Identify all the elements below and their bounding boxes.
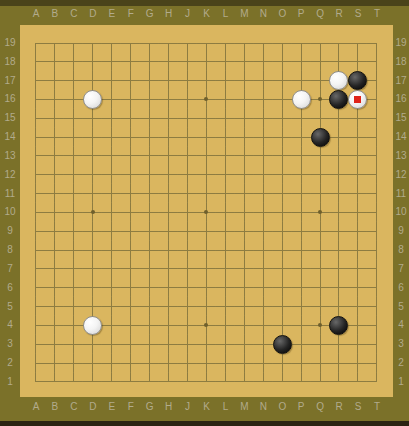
intersection-G7[interactable] bbox=[140, 260, 159, 279]
intersection-B1[interactable] bbox=[45, 373, 64, 392]
intersection-F5[interactable] bbox=[121, 297, 140, 316]
intersection-F13[interactable] bbox=[121, 147, 140, 166]
intersection-D6[interactable] bbox=[83, 278, 102, 297]
intersection-J18[interactable] bbox=[178, 52, 197, 71]
intersection-T3[interactable] bbox=[367, 335, 386, 354]
intersection-D10[interactable] bbox=[83, 203, 102, 222]
intersection-S12[interactable] bbox=[348, 165, 367, 184]
intersection-T15[interactable] bbox=[367, 109, 386, 128]
intersection-F19[interactable] bbox=[121, 34, 140, 53]
intersection-K12[interactable] bbox=[197, 165, 216, 184]
intersection-A4[interactable] bbox=[27, 316, 46, 335]
intersection-L8[interactable] bbox=[216, 241, 235, 260]
intersection-J16[interactable] bbox=[178, 90, 197, 109]
intersection-N1[interactable] bbox=[254, 373, 273, 392]
intersection-Q11[interactable] bbox=[311, 184, 330, 203]
intersection-K5[interactable] bbox=[197, 297, 216, 316]
intersection-F10[interactable] bbox=[121, 203, 140, 222]
intersection-E17[interactable] bbox=[102, 71, 121, 90]
intersection-F4[interactable] bbox=[121, 316, 140, 335]
intersection-J8[interactable] bbox=[178, 241, 197, 260]
intersection-O19[interactable] bbox=[273, 34, 292, 53]
intersection-K8[interactable] bbox=[197, 241, 216, 260]
intersection-M14[interactable] bbox=[235, 128, 254, 147]
intersection-P6[interactable] bbox=[292, 278, 311, 297]
intersection-N14[interactable] bbox=[254, 128, 273, 147]
intersection-S6[interactable] bbox=[348, 278, 367, 297]
intersection-Q6[interactable] bbox=[311, 278, 330, 297]
intersection-E4[interactable] bbox=[102, 316, 121, 335]
intersection-D12[interactable] bbox=[83, 165, 102, 184]
intersection-J12[interactable] bbox=[178, 165, 197, 184]
intersection-K7[interactable] bbox=[197, 260, 216, 279]
intersection-B5[interactable] bbox=[45, 297, 64, 316]
intersection-Q8[interactable] bbox=[311, 241, 330, 260]
intersection-E7[interactable] bbox=[102, 260, 121, 279]
intersection-P13[interactable] bbox=[292, 147, 311, 166]
intersection-R7[interactable] bbox=[330, 260, 349, 279]
intersection-T8[interactable] bbox=[367, 241, 386, 260]
intersection-Q14[interactable] bbox=[311, 128, 330, 147]
intersection-K19[interactable] bbox=[197, 34, 216, 53]
intersection-J4[interactable] bbox=[178, 316, 197, 335]
intersection-S5[interactable] bbox=[348, 297, 367, 316]
intersection-T9[interactable] bbox=[367, 222, 386, 241]
intersection-D7[interactable] bbox=[83, 260, 102, 279]
intersection-P1[interactable] bbox=[292, 373, 311, 392]
intersection-M16[interactable] bbox=[235, 90, 254, 109]
intersection-G19[interactable] bbox=[140, 34, 159, 53]
intersection-A9[interactable] bbox=[27, 222, 46, 241]
intersection-S14[interactable] bbox=[348, 128, 367, 147]
intersection-K3[interactable] bbox=[197, 335, 216, 354]
intersection-H17[interactable] bbox=[159, 71, 178, 90]
intersection-G9[interactable] bbox=[140, 222, 159, 241]
intersection-L10[interactable] bbox=[216, 203, 235, 222]
intersection-T6[interactable] bbox=[367, 278, 386, 297]
intersection-E10[interactable] bbox=[102, 203, 121, 222]
intersection-B16[interactable] bbox=[45, 90, 64, 109]
intersection-R2[interactable] bbox=[330, 354, 349, 373]
intersection-K17[interactable] bbox=[197, 71, 216, 90]
intersection-Q18[interactable] bbox=[311, 52, 330, 71]
intersection-B6[interactable] bbox=[45, 278, 64, 297]
intersection-C12[interactable] bbox=[64, 165, 83, 184]
intersection-R18[interactable] bbox=[330, 52, 349, 71]
intersection-C7[interactable] bbox=[64, 260, 83, 279]
intersection-T18[interactable] bbox=[367, 52, 386, 71]
intersection-M17[interactable] bbox=[235, 71, 254, 90]
intersection-S15[interactable] bbox=[348, 109, 367, 128]
intersection-H5[interactable] bbox=[159, 297, 178, 316]
intersection-Q7[interactable] bbox=[311, 260, 330, 279]
intersection-M10[interactable] bbox=[235, 203, 254, 222]
intersection-G3[interactable] bbox=[140, 335, 159, 354]
intersection-F12[interactable] bbox=[121, 165, 140, 184]
intersection-F1[interactable] bbox=[121, 373, 140, 392]
intersection-L5[interactable] bbox=[216, 297, 235, 316]
intersection-B11[interactable] bbox=[45, 184, 64, 203]
intersection-G11[interactable] bbox=[140, 184, 159, 203]
intersection-R5[interactable] bbox=[330, 297, 349, 316]
intersection-A16[interactable] bbox=[27, 90, 46, 109]
intersection-S17[interactable] bbox=[348, 71, 367, 90]
intersection-H12[interactable] bbox=[159, 165, 178, 184]
intersection-Q4[interactable] bbox=[311, 316, 330, 335]
intersection-J19[interactable] bbox=[178, 34, 197, 53]
intersection-Q9[interactable] bbox=[311, 222, 330, 241]
intersection-D11[interactable] bbox=[83, 184, 102, 203]
intersection-G10[interactable] bbox=[140, 203, 159, 222]
intersection-A11[interactable] bbox=[27, 184, 46, 203]
intersection-R12[interactable] bbox=[330, 165, 349, 184]
intersection-B13[interactable] bbox=[45, 147, 64, 166]
intersection-F11[interactable] bbox=[121, 184, 140, 203]
intersection-C18[interactable] bbox=[64, 52, 83, 71]
intersection-R11[interactable] bbox=[330, 184, 349, 203]
intersection-A10[interactable] bbox=[27, 203, 46, 222]
intersection-F14[interactable] bbox=[121, 128, 140, 147]
intersection-J11[interactable] bbox=[178, 184, 197, 203]
intersection-Q1[interactable] bbox=[311, 373, 330, 392]
intersection-N11[interactable] bbox=[254, 184, 273, 203]
intersection-K10[interactable] bbox=[197, 203, 216, 222]
intersection-K18[interactable] bbox=[197, 52, 216, 71]
intersection-C9[interactable] bbox=[64, 222, 83, 241]
intersection-J5[interactable] bbox=[178, 297, 197, 316]
intersection-J6[interactable] bbox=[178, 278, 197, 297]
intersection-F18[interactable] bbox=[121, 52, 140, 71]
intersection-L1[interactable] bbox=[216, 373, 235, 392]
intersection-T14[interactable] bbox=[367, 128, 386, 147]
intersection-E11[interactable] bbox=[102, 184, 121, 203]
intersection-H2[interactable] bbox=[159, 354, 178, 373]
intersection-S3[interactable] bbox=[348, 335, 367, 354]
intersection-J10[interactable] bbox=[178, 203, 197, 222]
intersection-C6[interactable] bbox=[64, 278, 83, 297]
intersection-N10[interactable] bbox=[254, 203, 273, 222]
intersection-R8[interactable] bbox=[330, 241, 349, 260]
intersection-P16[interactable] bbox=[292, 90, 311, 109]
intersection-D17[interactable] bbox=[83, 71, 102, 90]
intersection-F8[interactable] bbox=[121, 241, 140, 260]
intersection-R6[interactable] bbox=[330, 278, 349, 297]
intersection-E12[interactable] bbox=[102, 165, 121, 184]
intersection-J14[interactable] bbox=[178, 128, 197, 147]
intersection-T5[interactable] bbox=[367, 297, 386, 316]
intersection-O5[interactable] bbox=[273, 297, 292, 316]
intersection-R14[interactable] bbox=[330, 128, 349, 147]
intersection-N17[interactable] bbox=[254, 71, 273, 90]
intersection-M2[interactable] bbox=[235, 354, 254, 373]
intersection-A18[interactable] bbox=[27, 52, 46, 71]
intersection-L4[interactable] bbox=[216, 316, 235, 335]
intersection-F7[interactable] bbox=[121, 260, 140, 279]
intersection-D8[interactable] bbox=[83, 241, 102, 260]
intersection-J2[interactable] bbox=[178, 354, 197, 373]
intersection-F2[interactable] bbox=[121, 354, 140, 373]
intersection-T1[interactable] bbox=[367, 373, 386, 392]
intersection-M7[interactable] bbox=[235, 260, 254, 279]
intersection-P7[interactable] bbox=[292, 260, 311, 279]
intersection-A1[interactable] bbox=[27, 373, 46, 392]
intersection-G1[interactable] bbox=[140, 373, 159, 392]
intersection-L17[interactable] bbox=[216, 71, 235, 90]
intersection-F15[interactable] bbox=[121, 109, 140, 128]
intersection-N16[interactable] bbox=[254, 90, 273, 109]
intersection-Q12[interactable] bbox=[311, 165, 330, 184]
intersection-O4[interactable] bbox=[273, 316, 292, 335]
intersection-N3[interactable] bbox=[254, 335, 273, 354]
intersection-K11[interactable] bbox=[197, 184, 216, 203]
intersection-M15[interactable] bbox=[235, 109, 254, 128]
intersection-B18[interactable] bbox=[45, 52, 64, 71]
intersection-S7[interactable] bbox=[348, 260, 367, 279]
intersection-F9[interactable] bbox=[121, 222, 140, 241]
intersection-D4[interactable] bbox=[83, 316, 102, 335]
intersection-H7[interactable] bbox=[159, 260, 178, 279]
intersection-C4[interactable] bbox=[64, 316, 83, 335]
intersection-A17[interactable] bbox=[27, 71, 46, 90]
intersection-O18[interactable] bbox=[273, 52, 292, 71]
intersection-S19[interactable] bbox=[348, 34, 367, 53]
intersection-M4[interactable] bbox=[235, 316, 254, 335]
intersection-E9[interactable] bbox=[102, 222, 121, 241]
intersection-L12[interactable] bbox=[216, 165, 235, 184]
intersection-H15[interactable] bbox=[159, 109, 178, 128]
intersection-L15[interactable] bbox=[216, 109, 235, 128]
intersection-R16[interactable] bbox=[330, 90, 349, 109]
intersection-A13[interactable] bbox=[27, 147, 46, 166]
intersection-D18[interactable] bbox=[83, 52, 102, 71]
intersection-J3[interactable] bbox=[178, 335, 197, 354]
intersection-S8[interactable] bbox=[348, 241, 367, 260]
intersection-H19[interactable] bbox=[159, 34, 178, 53]
intersection-P12[interactable] bbox=[292, 165, 311, 184]
intersection-A14[interactable] bbox=[27, 128, 46, 147]
intersection-O2[interactable] bbox=[273, 354, 292, 373]
intersection-K4[interactable] bbox=[197, 316, 216, 335]
intersection-D1[interactable] bbox=[83, 373, 102, 392]
intersection-C14[interactable] bbox=[64, 128, 83, 147]
intersection-O14[interactable] bbox=[273, 128, 292, 147]
intersection-F6[interactable] bbox=[121, 278, 140, 297]
intersection-L13[interactable] bbox=[216, 147, 235, 166]
intersection-D13[interactable] bbox=[83, 147, 102, 166]
intersection-D3[interactable] bbox=[83, 335, 102, 354]
intersection-T11[interactable] bbox=[367, 184, 386, 203]
intersection-G2[interactable] bbox=[140, 354, 159, 373]
intersection-O13[interactable] bbox=[273, 147, 292, 166]
intersection-A5[interactable] bbox=[27, 297, 46, 316]
intersection-A8[interactable] bbox=[27, 241, 46, 260]
intersection-M19[interactable] bbox=[235, 34, 254, 53]
intersection-B9[interactable] bbox=[45, 222, 64, 241]
intersection-M6[interactable] bbox=[235, 278, 254, 297]
intersection-C15[interactable] bbox=[64, 109, 83, 128]
intersection-Q15[interactable] bbox=[311, 109, 330, 128]
intersection-F17[interactable] bbox=[121, 71, 140, 90]
intersection-N8[interactable] bbox=[254, 241, 273, 260]
intersection-M3[interactable] bbox=[235, 335, 254, 354]
intersection-N7[interactable] bbox=[254, 260, 273, 279]
intersection-O6[interactable] bbox=[273, 278, 292, 297]
intersection-Q19[interactable] bbox=[311, 34, 330, 53]
intersection-Q2[interactable] bbox=[311, 354, 330, 373]
intersection-P5[interactable] bbox=[292, 297, 311, 316]
intersection-G5[interactable] bbox=[140, 297, 159, 316]
intersection-M5[interactable] bbox=[235, 297, 254, 316]
intersection-G13[interactable] bbox=[140, 147, 159, 166]
intersection-N19[interactable] bbox=[254, 34, 273, 53]
intersection-T2[interactable] bbox=[367, 354, 386, 373]
intersection-Q13[interactable] bbox=[311, 147, 330, 166]
intersection-N6[interactable] bbox=[254, 278, 273, 297]
intersection-E8[interactable] bbox=[102, 241, 121, 260]
intersection-J7[interactable] bbox=[178, 260, 197, 279]
intersection-B14[interactable] bbox=[45, 128, 64, 147]
intersection-E5[interactable] bbox=[102, 297, 121, 316]
intersection-C19[interactable] bbox=[64, 34, 83, 53]
intersection-R13[interactable] bbox=[330, 147, 349, 166]
intersection-B3[interactable] bbox=[45, 335, 64, 354]
intersection-H18[interactable] bbox=[159, 52, 178, 71]
intersection-R19[interactable] bbox=[330, 34, 349, 53]
intersection-H14[interactable] bbox=[159, 128, 178, 147]
intersection-N5[interactable] bbox=[254, 297, 273, 316]
intersection-G17[interactable] bbox=[140, 71, 159, 90]
intersection-L3[interactable] bbox=[216, 335, 235, 354]
intersection-O12[interactable] bbox=[273, 165, 292, 184]
intersection-S4[interactable] bbox=[348, 316, 367, 335]
intersection-P8[interactable] bbox=[292, 241, 311, 260]
intersection-Q3[interactable] bbox=[311, 335, 330, 354]
intersection-S9[interactable] bbox=[348, 222, 367, 241]
intersection-R10[interactable] bbox=[330, 203, 349, 222]
intersection-B4[interactable] bbox=[45, 316, 64, 335]
intersection-A2[interactable] bbox=[27, 354, 46, 373]
intersection-M8[interactable] bbox=[235, 241, 254, 260]
intersection-B2[interactable] bbox=[45, 354, 64, 373]
intersection-M12[interactable] bbox=[235, 165, 254, 184]
intersection-C13[interactable] bbox=[64, 147, 83, 166]
intersection-A19[interactable] bbox=[27, 34, 46, 53]
intersection-D2[interactable] bbox=[83, 354, 102, 373]
intersection-D14[interactable] bbox=[83, 128, 102, 147]
intersection-K6[interactable] bbox=[197, 278, 216, 297]
intersection-O1[interactable] bbox=[273, 373, 292, 392]
intersection-A6[interactable] bbox=[27, 278, 46, 297]
intersection-Q17[interactable] bbox=[311, 71, 330, 90]
intersection-O3[interactable] bbox=[273, 335, 292, 354]
intersection-T19[interactable] bbox=[367, 34, 386, 53]
intersection-A15[interactable] bbox=[27, 109, 46, 128]
intersection-J15[interactable] bbox=[178, 109, 197, 128]
intersection-H4[interactable] bbox=[159, 316, 178, 335]
intersection-J1[interactable] bbox=[178, 373, 197, 392]
intersection-K2[interactable] bbox=[197, 354, 216, 373]
intersection-C8[interactable] bbox=[64, 241, 83, 260]
intersection-G6[interactable] bbox=[140, 278, 159, 297]
intersection-H11[interactable] bbox=[159, 184, 178, 203]
intersection-B19[interactable] bbox=[45, 34, 64, 53]
intersection-C1[interactable] bbox=[64, 373, 83, 392]
intersection-K14[interactable] bbox=[197, 128, 216, 147]
intersection-T4[interactable] bbox=[367, 316, 386, 335]
intersection-A7[interactable] bbox=[27, 260, 46, 279]
intersection-K1[interactable] bbox=[197, 373, 216, 392]
intersection-M9[interactable] bbox=[235, 222, 254, 241]
intersection-P9[interactable] bbox=[292, 222, 311, 241]
intersection-E19[interactable] bbox=[102, 34, 121, 53]
intersection-N13[interactable] bbox=[254, 147, 273, 166]
intersection-S2[interactable] bbox=[348, 354, 367, 373]
intersection-K16[interactable] bbox=[197, 90, 216, 109]
intersection-T12[interactable] bbox=[367, 165, 386, 184]
intersection-K15[interactable] bbox=[197, 109, 216, 128]
intersection-D9[interactable] bbox=[83, 222, 102, 241]
intersection-T10[interactable] bbox=[367, 203, 386, 222]
intersection-C11[interactable] bbox=[64, 184, 83, 203]
intersection-F16[interactable] bbox=[121, 90, 140, 109]
intersection-B12[interactable] bbox=[45, 165, 64, 184]
intersection-E15[interactable] bbox=[102, 109, 121, 128]
intersection-T13[interactable] bbox=[367, 147, 386, 166]
intersection-A3[interactable] bbox=[27, 335, 46, 354]
intersection-P15[interactable] bbox=[292, 109, 311, 128]
intersection-L2[interactable] bbox=[216, 354, 235, 373]
intersection-P4[interactable] bbox=[292, 316, 311, 335]
intersection-P19[interactable] bbox=[292, 34, 311, 53]
intersection-D5[interactable] bbox=[83, 297, 102, 316]
intersection-S1[interactable] bbox=[348, 373, 367, 392]
intersection-R17[interactable] bbox=[330, 71, 349, 90]
intersection-D19[interactable] bbox=[83, 34, 102, 53]
intersection-E3[interactable] bbox=[102, 335, 121, 354]
intersection-L16[interactable] bbox=[216, 90, 235, 109]
intersection-B17[interactable] bbox=[45, 71, 64, 90]
intersection-S16[interactable] bbox=[348, 90, 367, 109]
intersection-H1[interactable] bbox=[159, 373, 178, 392]
intersection-M11[interactable] bbox=[235, 184, 254, 203]
intersection-L6[interactable] bbox=[216, 278, 235, 297]
intersection-F3[interactable] bbox=[121, 335, 140, 354]
intersection-J17[interactable] bbox=[178, 71, 197, 90]
intersection-Q5[interactable] bbox=[311, 297, 330, 316]
intersection-N12[interactable] bbox=[254, 165, 273, 184]
intersection-M13[interactable] bbox=[235, 147, 254, 166]
intersection-G4[interactable] bbox=[140, 316, 159, 335]
intersection-C16[interactable] bbox=[64, 90, 83, 109]
intersection-G12[interactable] bbox=[140, 165, 159, 184]
intersection-T16[interactable] bbox=[367, 90, 386, 109]
intersection-O11[interactable] bbox=[273, 184, 292, 203]
intersection-S11[interactable] bbox=[348, 184, 367, 203]
intersection-E2[interactable] bbox=[102, 354, 121, 373]
intersection-D16[interactable] bbox=[83, 90, 102, 109]
intersection-B10[interactable] bbox=[45, 203, 64, 222]
intersection-S13[interactable] bbox=[348, 147, 367, 166]
intersection-Q10[interactable] bbox=[311, 203, 330, 222]
intersection-C2[interactable] bbox=[64, 354, 83, 373]
intersection-P3[interactable] bbox=[292, 335, 311, 354]
intersection-J9[interactable] bbox=[178, 222, 197, 241]
intersection-P10[interactable] bbox=[292, 203, 311, 222]
intersection-O15[interactable] bbox=[273, 109, 292, 128]
intersection-L7[interactable] bbox=[216, 260, 235, 279]
intersection-E1[interactable] bbox=[102, 373, 121, 392]
intersection-O9[interactable] bbox=[273, 222, 292, 241]
